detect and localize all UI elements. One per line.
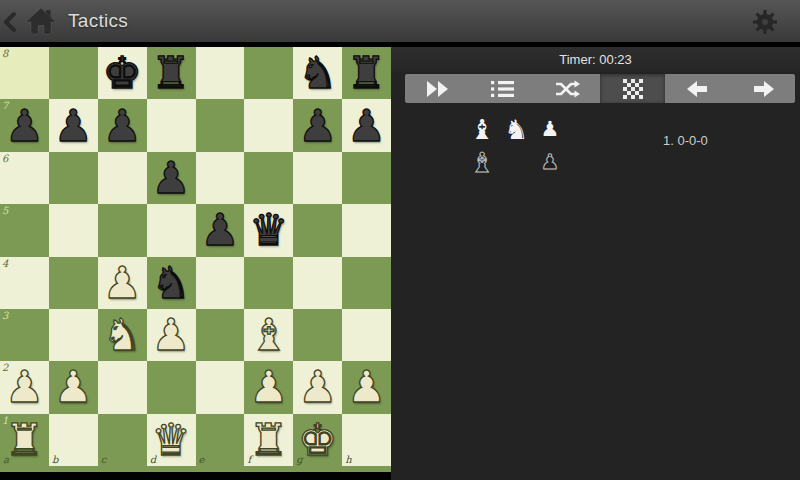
next-move-button[interactable] — [730, 74, 795, 103]
square-h1[interactable]: h — [342, 414, 391, 466]
square-h6[interactable] — [342, 152, 391, 204]
white-pawn: ♟ — [102, 261, 141, 305]
back-caret-icon[interactable] — [2, 10, 18, 38]
black-king: ♚ — [102, 51, 141, 95]
square-e5[interactable]: ♟ — [196, 204, 245, 256]
square-a2[interactable]: 2♟ — [0, 361, 49, 413]
timer-label: Timer: 00:23 — [559, 52, 632, 67]
square-d3[interactable]: ♟ — [147, 309, 196, 361]
square-a6[interactable]: 6 — [0, 152, 49, 204]
white-king: ♚ — [298, 418, 337, 462]
square-f3[interactable]: ♝ — [244, 309, 293, 361]
black-pawn: ♟ — [298, 104, 337, 148]
square-e7[interactable] — [196, 99, 245, 151]
square-c6[interactable] — [98, 152, 147, 204]
white-knight: ♞ — [102, 313, 141, 357]
black-pawn: ♟ — [151, 156, 190, 200]
captured-white-bishop: ♝ — [470, 116, 494, 143]
square-a7[interactable]: 7♟ — [0, 99, 49, 151]
white-pawn: ♟ — [151, 313, 190, 357]
square-c7[interactable]: ♟ — [98, 99, 147, 151]
side-panel: Timer: 00:23 — [391, 47, 800, 480]
square-a4[interactable]: 4 — [0, 257, 49, 309]
square-e6[interactable] — [196, 152, 245, 204]
square-b2[interactable]: ♟ — [49, 361, 98, 413]
square-d1[interactable]: d♛ — [147, 414, 196, 466]
page-title: Tactics — [68, 10, 128, 32]
square-b3[interactable] — [49, 309, 98, 361]
square-f6[interactable] — [244, 152, 293, 204]
square-f7[interactable] — [244, 99, 293, 151]
square-f5[interactable]: ♛ — [244, 204, 293, 256]
top-bar: Tactics — [0, 0, 800, 42]
square-g4[interactable] — [293, 257, 342, 309]
file-label: c — [101, 455, 107, 465]
square-b7[interactable]: ♟ — [49, 99, 98, 151]
black-rook: ♜ — [151, 51, 190, 95]
gear-icon[interactable] — [752, 9, 778, 35]
square-b6[interactable] — [49, 152, 98, 204]
white-rook: ♜ — [249, 418, 288, 462]
rank-label: 6 — [2, 154, 8, 164]
square-c5[interactable] — [98, 204, 147, 256]
file-label: f — [247, 455, 251, 465]
captured-white-knight: ♞ — [504, 116, 528, 143]
move-list-icon — [491, 79, 515, 99]
square-b5[interactable] — [49, 204, 98, 256]
square-c1[interactable]: c — [98, 414, 147, 466]
square-g5[interactable] — [293, 204, 342, 256]
square-g2[interactable]: ♟ — [293, 361, 342, 413]
square-b4[interactable] — [49, 257, 98, 309]
black-queen: ♛ — [249, 208, 288, 252]
timer-bar: Timer: 00:23 — [391, 47, 800, 72]
square-b8[interactable] — [49, 47, 98, 99]
shuffle-icon — [555, 80, 581, 98]
home-icon[interactable] — [22, 4, 60, 38]
board-bottom-edge — [0, 466, 391, 472]
square-g8[interactable]: ♞ — [293, 47, 342, 99]
square-b1[interactable]: b — [49, 414, 98, 466]
board-view-icon — [623, 79, 643, 99]
square-h8[interactable]: ♜ — [342, 47, 391, 99]
square-h4[interactable] — [342, 257, 391, 309]
square-d7[interactable] — [147, 99, 196, 151]
square-c3[interactable]: ♞ — [98, 309, 147, 361]
square-g1[interactable]: g♚ — [293, 414, 342, 466]
chess-board: 8♚♜♞♜7♟♟♟♟♟6♟5♟♛4♟♞3♞♟♝2♟♟♟♟♟1a♜bcd♛ef♜g… — [0, 47, 391, 466]
square-g7[interactable]: ♟ — [293, 99, 342, 151]
white-pawn: ♟ — [347, 365, 386, 409]
square-e3[interactable] — [196, 309, 245, 361]
square-f1[interactable]: f♜ — [244, 414, 293, 466]
captured-black-bishop: ♝ — [470, 149, 494, 176]
fast-forward-icon — [426, 80, 450, 98]
square-e1[interactable]: e — [196, 414, 245, 466]
white-pawn: ♟ — [5, 365, 44, 409]
black-pawn: ♟ — [102, 104, 141, 148]
move-list-entry[interactable]: 1. 0-0-0 — [663, 133, 708, 148]
black-pawn: ♟ — [54, 104, 93, 148]
black-pawn: ♟ — [200, 208, 239, 252]
black-knight: ♞ — [151, 261, 190, 305]
white-rook: ♜ — [5, 418, 44, 462]
square-e8[interactable] — [196, 47, 245, 99]
square-f8[interactable] — [244, 47, 293, 99]
square-a8[interactable]: 8 — [0, 47, 49, 99]
white-bishop: ♝ — [249, 313, 288, 357]
file-label: d — [150, 455, 156, 465]
fast-forward-button[interactable] — [405, 74, 470, 103]
square-f2[interactable]: ♟ — [244, 361, 293, 413]
arrow-right-icon — [752, 79, 774, 99]
square-a5[interactable]: 5 — [0, 204, 49, 256]
square-a1[interactable]: 1a♜ — [0, 414, 49, 466]
white-queen: ♛ — [151, 418, 190, 462]
captured-black-pawn: ♟ — [541, 152, 560, 173]
captured-white-pawn: ♟ — [541, 119, 560, 140]
square-d5[interactable] — [147, 204, 196, 256]
shuffle-button[interactable] — [535, 74, 600, 103]
square-e2[interactable] — [196, 361, 245, 413]
white-pawn: ♟ — [249, 365, 288, 409]
previous-move-button[interactable] — [665, 74, 730, 103]
rank-label: 8 — [2, 49, 8, 59]
rank-label: 4 — [2, 259, 8, 269]
square-h7[interactable]: ♟ — [342, 99, 391, 151]
black-pawn: ♟ — [347, 104, 386, 148]
black-pawn: ♟ — [5, 104, 44, 148]
square-f4[interactable] — [244, 257, 293, 309]
square-d8[interactable]: ♜ — [147, 47, 196, 99]
square-g6[interactable] — [293, 152, 342, 204]
white-pawn: ♟ — [54, 365, 93, 409]
square-e4[interactable] — [196, 257, 245, 309]
file-label: h — [345, 455, 351, 465]
file-label: g — [296, 455, 302, 465]
captured-pieces-tray: ♝♞♟♝♟ — [465, 113, 567, 179]
toolbar — [405, 74, 795, 103]
square-d4[interactable]: ♞ — [147, 257, 196, 309]
rank-label: 1 — [2, 416, 8, 426]
square-h5[interactable] — [342, 204, 391, 256]
white-pawn: ♟ — [298, 365, 337, 409]
black-rook: ♜ — [347, 51, 386, 95]
rank-label: 3 — [2, 311, 8, 321]
file-label: a — [3, 455, 9, 465]
square-c2[interactable] — [98, 361, 147, 413]
square-c4[interactable]: ♟ — [98, 257, 147, 309]
board-view-button[interactable] — [600, 74, 665, 103]
square-c8[interactable]: ♚ — [98, 47, 147, 99]
square-d2[interactable] — [147, 361, 196, 413]
square-h2[interactable]: ♟ — [342, 361, 391, 413]
file-label: b — [52, 455, 58, 465]
rank-label: 2 — [2, 363, 8, 373]
file-label: e — [199, 455, 205, 465]
black-knight: ♞ — [298, 51, 337, 95]
board-area: 8♚♜♞♜7♟♟♟♟♟6♟5♟♛4♟♞3♞♟♝2♟♟♟♟♟1a♜bcd♛ef♜g… — [0, 47, 391, 480]
move-list-button[interactable] — [470, 74, 535, 103]
square-d6[interactable]: ♟ — [147, 152, 196, 204]
square-h3[interactable] — [342, 309, 391, 361]
arrow-left-icon — [687, 79, 709, 99]
rank-label: 5 — [2, 206, 8, 216]
rank-label: 7 — [2, 101, 8, 111]
square-g3[interactable] — [293, 309, 342, 361]
square-a3[interactable]: 3 — [0, 309, 49, 361]
